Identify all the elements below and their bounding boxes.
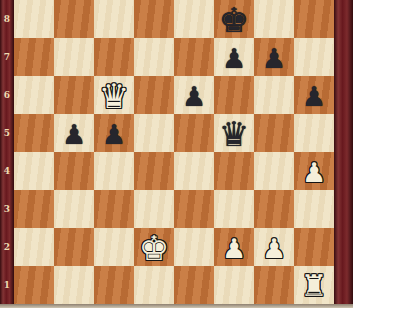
piece-black-king-f8: ♚ [219,3,249,37]
square-b2[interactable] [54,228,94,266]
piece-black-pawn-h6: ♟ [302,83,326,110]
square-d8[interactable] [134,0,174,38]
square-a7[interactable] [14,38,54,76]
piece-black-queen-f5: ♛ [219,117,249,151]
square-d1[interactable] [134,266,174,304]
square-d3[interactable] [134,190,174,228]
square-c2[interactable] [94,228,134,266]
rank-label-4: 4 [0,152,14,190]
rank-label-1: 1 [0,266,14,304]
piece-white-pawn-g2: ♟ [262,235,286,262]
piece-black-pawn-e6: ♟ [182,83,206,110]
square-a5[interactable] [14,114,54,152]
square-h3[interactable] [294,190,334,228]
square-d2[interactable]: ♚ [134,228,174,266]
square-c6[interactable]: ♛ [94,76,134,114]
square-a3[interactable] [14,190,54,228]
square-e8[interactable] [174,0,214,38]
square-f1[interactable] [214,266,254,304]
piece-white-queen-c6: ♛ [99,79,129,113]
board-bottom-edge [0,304,353,308]
piece-black-pawn-f7: ♟ [222,45,246,72]
square-f3[interactable] [214,190,254,228]
square-h7[interactable] [294,38,334,76]
square-d4[interactable] [134,152,174,190]
right-border-rail [334,0,353,304]
square-a2[interactable] [14,228,54,266]
square-f2[interactable]: ♟ [214,228,254,266]
square-g6[interactable] [254,76,294,114]
piece-white-pawn-h4: ♟ [302,159,326,186]
square-g2[interactable]: ♟ [254,228,294,266]
square-e3[interactable] [174,190,214,228]
square-c3[interactable] [94,190,134,228]
square-h6[interactable]: ♟ [294,76,334,114]
square-b1[interactable] [54,266,94,304]
chess-board[interactable]: ♚♟♟♛♟♟♟♟♛♟♚♟♟♜ [14,0,334,304]
square-h4[interactable]: ♟ [294,152,334,190]
square-h8[interactable] [294,0,334,38]
square-a1[interactable] [14,266,54,304]
square-e4[interactable] [174,152,214,190]
piece-black-pawn-c5: ♟ [102,121,126,148]
square-g3[interactable] [254,190,294,228]
square-e6[interactable]: ♟ [174,76,214,114]
rank-label-2: 2 [0,228,14,266]
square-f8[interactable]: ♚ [214,0,254,38]
square-e5[interactable] [174,114,214,152]
square-f6[interactable] [214,76,254,114]
square-f4[interactable] [214,152,254,190]
piece-white-king-d2: ♚ [139,231,169,265]
square-c1[interactable] [94,266,134,304]
square-c4[interactable] [94,152,134,190]
square-f5[interactable]: ♛ [214,114,254,152]
square-a4[interactable] [14,152,54,190]
square-a6[interactable] [14,76,54,114]
square-g1[interactable] [254,266,294,304]
rank-label-7: 7 [0,38,14,76]
square-b8[interactable] [54,0,94,38]
square-b4[interactable] [54,152,94,190]
square-c8[interactable] [94,0,134,38]
chess-diagram: 87654321 ♚♟♟♛♟♟♟♟♛♟♚♟♟♜ [0,0,353,304]
square-b7[interactable] [54,38,94,76]
rank-label-6: 6 [0,76,14,114]
square-b5[interactable]: ♟ [54,114,94,152]
square-h1[interactable]: ♜ [294,266,334,304]
square-c7[interactable] [94,38,134,76]
square-e2[interactable] [174,228,214,266]
square-a8[interactable] [14,0,54,38]
square-h5[interactable] [294,114,334,152]
square-d7[interactable] [134,38,174,76]
rank-label-5: 5 [0,114,14,152]
square-g7[interactable]: ♟ [254,38,294,76]
square-d5[interactable] [134,114,174,152]
page-background: 87654321 ♚♟♟♛♟♟♟♟♛♟♚♟♟♜ [0,0,414,311]
piece-black-pawn-b5: ♟ [62,121,86,148]
square-e7[interactable] [174,38,214,76]
square-e1[interactable] [174,266,214,304]
square-h2[interactable] [294,228,334,266]
square-g5[interactable] [254,114,294,152]
square-g8[interactable] [254,0,294,38]
square-f7[interactable]: ♟ [214,38,254,76]
rank-label-3: 3 [0,190,14,228]
square-d6[interactable] [134,76,174,114]
rank-labels-rail: 87654321 [0,0,14,304]
piece-white-rook-h1: ♜ [301,271,328,301]
rank-label-8: 8 [0,0,14,38]
square-g4[interactable] [254,152,294,190]
square-b6[interactable] [54,76,94,114]
square-b3[interactable] [54,190,94,228]
square-c5[interactable]: ♟ [94,114,134,152]
piece-black-pawn-g7: ♟ [262,45,286,72]
piece-white-pawn-f2: ♟ [222,235,246,262]
